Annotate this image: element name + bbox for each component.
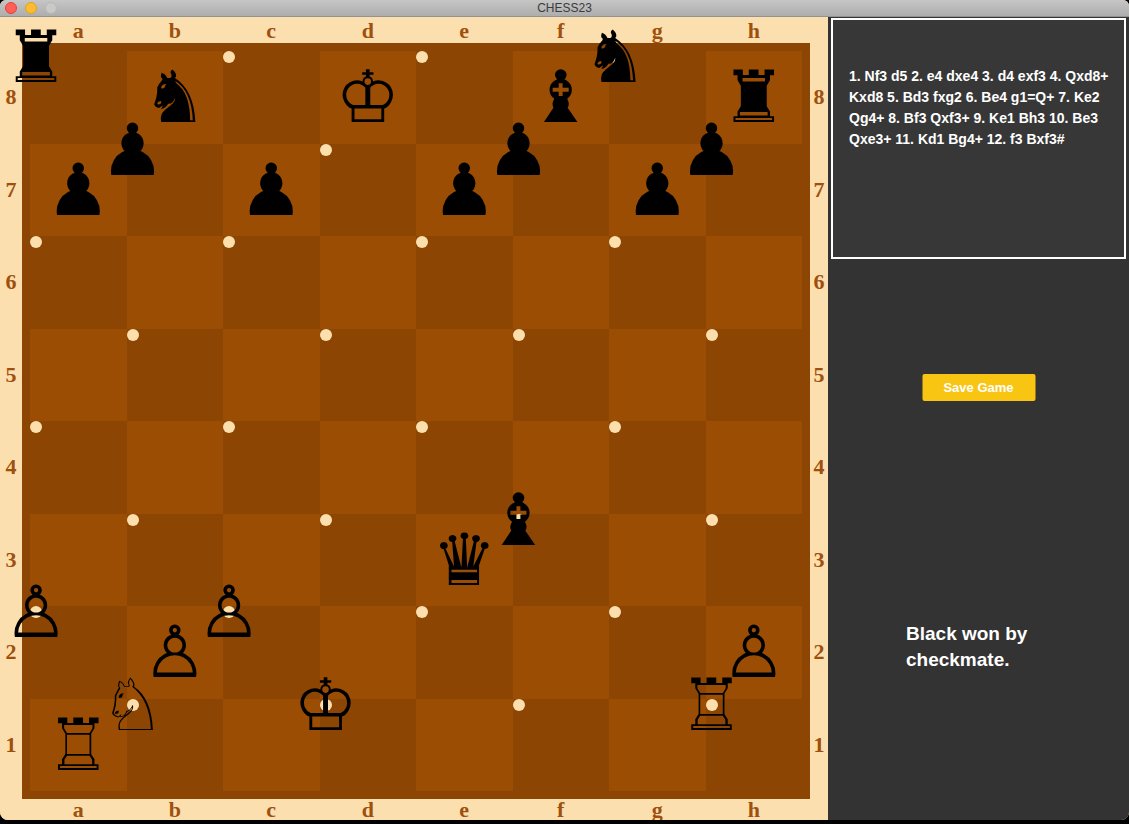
- piece-wr: ♖: [679, 669, 744, 741]
- main-content: abcdefgh ♜♞♔♝♞♜♟♟♟♟♟♟♟♛♝♙♙♙♙♖♘♔♖ abcdefg…: [0, 17, 1129, 820]
- square-b5[interactable]: [127, 329, 139, 341]
- square-h5[interactable]: [706, 329, 718, 341]
- square-a5[interactable]: [30, 329, 127, 422]
- square-d3[interactable]: [320, 514, 332, 526]
- square-h3[interactable]: [706, 514, 718, 526]
- rank-label-2: 2: [0, 606, 22, 699]
- square-e5[interactable]: [416, 329, 513, 422]
- square-c7[interactable]: ♟: [223, 144, 320, 237]
- square-f6[interactable]: [513, 236, 610, 329]
- square-d5[interactable]: [320, 329, 332, 341]
- square-f2[interactable]: [513, 606, 610, 699]
- file-label-b: b: [127, 17, 224, 45]
- square-d6[interactable]: [320, 236, 417, 329]
- square-h1[interactable]: ♖: [706, 699, 718, 711]
- moves-panel: 1. Nf3 d5 2. e4 dxe4 3. d4 exf3 4. Qxd8+…: [831, 18, 1126, 259]
- square-b4[interactable]: [127, 421, 224, 514]
- square-f7[interactable]: ♟: [513, 144, 525, 156]
- square-d1[interactable]: ♔: [320, 699, 332, 711]
- square-a4[interactable]: [30, 421, 42, 433]
- square-f3[interactable]: ♝: [513, 514, 525, 526]
- move-list: 1. Nf3 d5 2. e4 dxe4 3. d4 exf3 4. Qxd8+…: [833, 20, 1124, 150]
- square-d8[interactable]: ♔: [320, 51, 417, 144]
- square-a6[interactable]: [30, 236, 42, 248]
- rank-labels-right: 87654321: [810, 51, 828, 791]
- square-e8[interactable]: [416, 51, 428, 63]
- file-label-c: c: [223, 17, 320, 45]
- square-d4[interactable]: [320, 421, 417, 514]
- file-labels-bottom: abcdefgh: [30, 800, 802, 820]
- square-g5[interactable]: [609, 329, 706, 422]
- square-f5[interactable]: [513, 329, 525, 341]
- file-label-d: d: [320, 17, 417, 45]
- rank-label-6: 6: [810, 236, 828, 329]
- square-c8[interactable]: [223, 51, 235, 63]
- board-area: abcdefgh ♜♞♔♝♞♜♟♟♟♟♟♟♟♛♝♙♙♙♙♖♘♔♖ abcdefg…: [0, 17, 828, 820]
- rank-label-7: 7: [0, 144, 22, 237]
- square-h4[interactable]: [706, 421, 803, 514]
- square-a8[interactable]: ♜: [30, 51, 42, 63]
- desktop: CHESS23 abcdefgh ♜♞♔♝♞♜♟♟♟♟♟♟♟♛♝♙♙♙♙♖♘♔♖…: [0, 0, 1129, 824]
- rank-label-3: 3: [0, 514, 22, 607]
- piece-wp: ♙: [197, 576, 262, 648]
- square-c6[interactable]: [223, 236, 235, 248]
- square-g8[interactable]: ♞: [609, 51, 621, 63]
- rank-label-4: 4: [810, 421, 828, 514]
- rank-label-4: 4: [0, 421, 22, 514]
- file-label-f: f: [513, 800, 610, 820]
- square-e2[interactable]: [416, 606, 428, 618]
- file-label-a: a: [30, 800, 127, 820]
- file-label-g: g: [609, 800, 706, 820]
- square-b6[interactable]: [127, 236, 224, 329]
- square-g3[interactable]: [609, 514, 706, 607]
- square-g2[interactable]: [609, 606, 621, 618]
- piece-bb: ♝: [486, 484, 551, 556]
- file-label-b: b: [127, 800, 224, 820]
- square-c5[interactable]: [223, 329, 320, 422]
- square-f1[interactable]: [513, 699, 525, 711]
- rank-label-1: 1: [0, 699, 22, 792]
- piece-bp: ♟: [679, 114, 744, 186]
- rank-label-7: 7: [810, 144, 828, 237]
- file-label-h: h: [706, 17, 803, 45]
- piece-wn: ♘: [100, 669, 165, 741]
- piece-bn: ♞: [583, 21, 648, 93]
- file-label-e: e: [416, 17, 513, 45]
- rank-label-3: 3: [810, 514, 828, 607]
- board-frame: ♜♞♔♝♞♜♟♟♟♟♟♟♟♛♝♙♙♙♙♖♘♔♖: [22, 43, 810, 799]
- app-window: CHESS23 abcdefgh ♜♞♔♝♞♜♟♟♟♟♟♟♟♛♝♙♙♙♙♖♘♔♖…: [0, 0, 1129, 820]
- square-e6[interactable]: [416, 236, 428, 248]
- sidebar: 1. Nf3 d5 2. e4 dxe4 3. d4 exf3 4. Qxd8+…: [828, 17, 1129, 820]
- square-b1[interactable]: ♘: [127, 699, 139, 711]
- file-label-h: h: [706, 800, 803, 820]
- square-a2[interactable]: ♙: [30, 606, 42, 618]
- square-e4[interactable]: [416, 421, 428, 433]
- titlebar[interactable]: CHESS23: [0, 0, 1129, 17]
- file-label-e: e: [416, 800, 513, 820]
- piece-bp: ♟: [486, 114, 551, 186]
- piece-wk: ♔: [293, 669, 358, 741]
- rank-label-1: 1: [810, 699, 828, 792]
- square-c4[interactable]: [223, 421, 235, 433]
- game-result-text: Black won by checkmate.: [906, 621, 1076, 673]
- square-b7[interactable]: ♟: [127, 144, 139, 156]
- square-g4[interactable]: [609, 421, 621, 433]
- window-title: CHESS23: [0, 0, 1129, 16]
- piece-bp: ♟: [239, 154, 304, 226]
- piece-bk: ♔: [335, 61, 400, 133]
- chess-board[interactable]: ♜♞♔♝♞♜♟♟♟♟♟♟♟♛♝♙♙♙♙♖♘♔♖: [30, 51, 802, 791]
- square-h6[interactable]: [706, 236, 803, 329]
- rank-label-5: 5: [0, 329, 22, 422]
- rank-label-5: 5: [810, 329, 828, 422]
- rank-label-8: 8: [810, 51, 828, 144]
- square-b3[interactable]: [127, 514, 139, 526]
- square-e1[interactable]: [416, 699, 513, 792]
- square-g6[interactable]: [609, 236, 621, 248]
- square-h7[interactable]: ♟: [706, 144, 718, 156]
- square-c2[interactable]: ♙: [223, 606, 235, 618]
- rank-label-8: 8: [0, 51, 22, 144]
- square-d7[interactable]: [320, 144, 332, 156]
- file-label-c: c: [223, 800, 320, 820]
- save-game-button[interactable]: Save Game: [922, 374, 1035, 401]
- file-labels-top: abcdefgh: [30, 17, 802, 43]
- rank-labels-left: 87654321: [0, 51, 22, 791]
- rank-label-6: 6: [0, 236, 22, 329]
- file-label-d: d: [320, 800, 417, 820]
- piece-bp: ♟: [100, 114, 165, 186]
- rank-label-2: 2: [810, 606, 828, 699]
